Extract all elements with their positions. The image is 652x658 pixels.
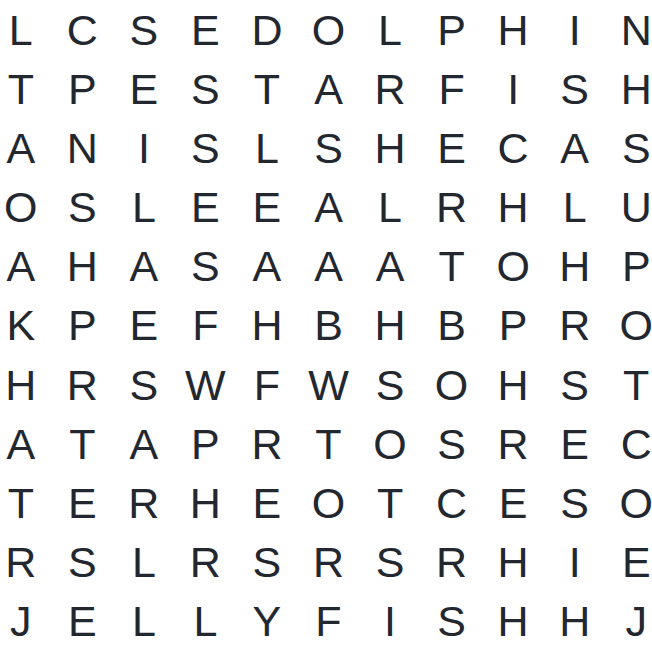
grid-cell-r8c1[interactable]: A bbox=[0, 415, 52, 474]
grid-cell-r2c10[interactable]: S bbox=[544, 60, 606, 119]
grid-cell-r4c9[interactable]: H bbox=[482, 178, 544, 237]
grid-cell-r6c5[interactable]: H bbox=[236, 296, 298, 355]
grid-cell-r4c7[interactable]: L bbox=[359, 178, 421, 237]
grid-cell-r5c9[interactable]: O bbox=[482, 237, 544, 296]
grid-cell-r8c11[interactable]: C bbox=[605, 415, 652, 474]
grid-cell-r7c11[interactable]: T bbox=[605, 356, 652, 415]
grid-cell-r10c5[interactable]: S bbox=[236, 533, 298, 592]
grid-cell-r2c5[interactable]: T bbox=[236, 60, 298, 119]
grid-cell-r6c4[interactable]: F bbox=[175, 296, 237, 355]
grid-cell-r4c11[interactable]: U bbox=[605, 178, 652, 237]
grid-cell-r3c3[interactable]: I bbox=[113, 119, 175, 178]
grid-cell-r6c11[interactable]: O bbox=[605, 296, 652, 355]
grid-cell-r3c5[interactable]: L bbox=[236, 119, 298, 178]
grid-cell-r10c1[interactable]: R bbox=[0, 533, 52, 592]
grid-cell-r2c4[interactable]: S bbox=[175, 60, 237, 119]
grid-cell-r11c6[interactable]: F bbox=[298, 592, 360, 651]
grid-cell-r7c1[interactable]: H bbox=[0, 356, 52, 415]
grid-cell-r2c7[interactable]: R bbox=[359, 60, 421, 119]
grid-cell-r10c2[interactable]: S bbox=[52, 533, 114, 592]
grid-cell-r9c2[interactable]: E bbox=[52, 474, 114, 533]
grid-cell-r5c5[interactable]: A bbox=[236, 237, 298, 296]
grid-cell-r11c8[interactable]: S bbox=[421, 592, 483, 651]
grid-cell-r8c10[interactable]: E bbox=[544, 415, 606, 474]
grid-cell-r8c3[interactable]: A bbox=[113, 415, 175, 474]
grid-cell-r3c8[interactable]: E bbox=[421, 119, 483, 178]
grid-cell-r7c4[interactable]: W bbox=[175, 356, 237, 415]
grid-cell-r7c9[interactable]: H bbox=[482, 356, 544, 415]
grid-cell-r11c7[interactable]: I bbox=[359, 592, 421, 651]
grid-cell-r3c1[interactable]: A bbox=[0, 119, 52, 178]
grid-cell-r10c6[interactable]: R bbox=[298, 533, 360, 592]
grid-cell-r11c9[interactable]: H bbox=[482, 592, 544, 651]
grid-cell-r1c5[interactable]: D bbox=[236, 1, 298, 60]
grid-cell-r4c4[interactable]: E bbox=[175, 178, 237, 237]
grid-cell-r6c1[interactable]: K bbox=[0, 296, 52, 355]
grid-cell-r1c11[interactable]: N bbox=[605, 1, 652, 60]
grid-cell-r3c6[interactable]: S bbox=[298, 119, 360, 178]
grid-cell-r11c3[interactable]: L bbox=[113, 592, 175, 651]
grid-cell-r8c4[interactable]: P bbox=[175, 415, 237, 474]
grid-cell-r11c5[interactable]: Y bbox=[236, 592, 298, 651]
grid-cell-r5c7[interactable]: A bbox=[359, 237, 421, 296]
grid-cell-r7c7[interactable]: S bbox=[359, 356, 421, 415]
grid-cell-r9c8[interactable]: C bbox=[421, 474, 483, 533]
grid-cell-r5c8[interactable]: T bbox=[421, 237, 483, 296]
grid-cell-r6c3[interactable]: E bbox=[113, 296, 175, 355]
grid-cell-r11c2[interactable]: E bbox=[52, 592, 114, 651]
grid-cell-r9c10[interactable]: S bbox=[544, 474, 606, 533]
grid-cell-r7c6[interactable]: W bbox=[298, 356, 360, 415]
grid-cell-r9c7[interactable]: T bbox=[359, 474, 421, 533]
grid-cell-r2c1[interactable]: T bbox=[0, 60, 52, 119]
grid-cell-r8c8[interactable]: S bbox=[421, 415, 483, 474]
grid-cell-r11c11[interactable]: J bbox=[605, 592, 652, 651]
grid-cell-r3c7[interactable]: H bbox=[359, 119, 421, 178]
grid-cell-r1c6[interactable]: O bbox=[298, 1, 360, 60]
grid-cell-r11c4[interactable]: L bbox=[175, 592, 237, 651]
grid-cell-r10c10[interactable]: I bbox=[544, 533, 606, 592]
grid-cell-r3c2[interactable]: N bbox=[52, 119, 114, 178]
grid-cell-r1c7[interactable]: L bbox=[359, 1, 421, 60]
grid-cell-r11c10[interactable]: H bbox=[544, 592, 606, 651]
grid-cell-r5c1[interactable]: A bbox=[0, 237, 52, 296]
grid-cell-r9c11[interactable]: O bbox=[605, 474, 652, 533]
grid-cell-r7c2[interactable]: R bbox=[52, 356, 114, 415]
grid-cell-r10c8[interactable]: R bbox=[421, 533, 483, 592]
grid-cell-r11c1[interactable]: J bbox=[0, 592, 52, 651]
grid-cell-r5c6[interactable]: A bbox=[298, 237, 360, 296]
grid-cell-r10c9[interactable]: H bbox=[482, 533, 544, 592]
grid-cell-r4c6[interactable]: A bbox=[298, 178, 360, 237]
grid-cell-r6c10[interactable]: R bbox=[544, 296, 606, 355]
grid-cell-r3c10[interactable]: A bbox=[544, 119, 606, 178]
grid-cell-r4c3[interactable]: L bbox=[113, 178, 175, 237]
grid-cell-r5c11[interactable]: P bbox=[605, 237, 652, 296]
grid-cell-r6c7[interactable]: H bbox=[359, 296, 421, 355]
grid-cell-r6c2[interactable]: P bbox=[52, 296, 114, 355]
grid-cell-r1c4[interactable]: E bbox=[175, 1, 237, 60]
grid-cell-r1c8[interactable]: P bbox=[421, 1, 483, 60]
grid-cell-r1c9[interactable]: H bbox=[482, 1, 544, 60]
grid-cell-r6c6[interactable]: B bbox=[298, 296, 360, 355]
grid-cell-r10c11[interactable]: E bbox=[605, 533, 652, 592]
grid-cell-r5c10[interactable]: H bbox=[544, 237, 606, 296]
grid-cell-r9c5[interactable]: E bbox=[236, 474, 298, 533]
grid-cell-r9c9[interactable]: E bbox=[482, 474, 544, 533]
grid-cell-r4c1[interactable]: O bbox=[0, 178, 52, 237]
grid-cell-r5c2[interactable]: H bbox=[52, 237, 114, 296]
grid-cell-r2c3[interactable]: E bbox=[113, 60, 175, 119]
grid-cell-r9c3[interactable]: R bbox=[113, 474, 175, 533]
grid-cell-r9c4[interactable]: H bbox=[175, 474, 237, 533]
grid-cell-r2c11[interactable]: H bbox=[605, 60, 652, 119]
grid-cell-r1c10[interactable]: I bbox=[544, 1, 606, 60]
word-search-board: LCSEDOLPHINTPESTARFISHANISLSHECASOSLEEAL… bbox=[0, 1, 652, 651]
grid-cell-r3c4[interactable]: S bbox=[175, 119, 237, 178]
grid-cell-r9c6[interactable]: O bbox=[298, 474, 360, 533]
grid-cell-r7c8[interactable]: O bbox=[421, 356, 483, 415]
grid-cell-r7c10[interactable]: S bbox=[544, 356, 606, 415]
grid-cell-r1c2[interactable]: C bbox=[52, 1, 114, 60]
grid-cell-r3c11[interactable]: S bbox=[605, 119, 652, 178]
grid-cell-r2c2[interactable]: P bbox=[52, 60, 114, 119]
grid-cell-r10c7[interactable]: S bbox=[359, 533, 421, 592]
grid-cell-r2c6[interactable]: A bbox=[298, 60, 360, 119]
grid-cell-r8c6[interactable]: T bbox=[298, 415, 360, 474]
grid-cell-r4c2[interactable]: S bbox=[52, 178, 114, 237]
grid-cell-r1c1[interactable]: L bbox=[0, 1, 52, 60]
grid-cell-r5c3[interactable]: A bbox=[113, 237, 175, 296]
grid-cell-r8c9[interactable]: R bbox=[482, 415, 544, 474]
grid-cell-r3c9[interactable]: C bbox=[482, 119, 544, 178]
grid-cell-r8c7[interactable]: O bbox=[359, 415, 421, 474]
grid-cell-r1c3[interactable]: S bbox=[113, 1, 175, 60]
grid-cell-r4c10[interactable]: L bbox=[544, 178, 606, 237]
grid-cell-r7c3[interactable]: S bbox=[113, 356, 175, 415]
grid-cell-r9c1[interactable]: T bbox=[0, 474, 52, 533]
grid-cell-r5c4[interactable]: S bbox=[175, 237, 237, 296]
grid-cell-r10c4[interactable]: R bbox=[175, 533, 237, 592]
grid-cell-r4c8[interactable]: R bbox=[421, 178, 483, 237]
grid-cell-r10c3[interactable]: L bbox=[113, 533, 175, 592]
grid-cell-r2c8[interactable]: F bbox=[421, 60, 483, 119]
grid-cell-r4c5[interactable]: E bbox=[236, 178, 298, 237]
grid-cell-r8c2[interactable]: T bbox=[52, 415, 114, 474]
grid-cell-r6c9[interactable]: P bbox=[482, 296, 544, 355]
grid-cell-r2c9[interactable]: I bbox=[482, 60, 544, 119]
grid-cell-r7c5[interactable]: F bbox=[236, 356, 298, 415]
grid-cell-r8c5[interactable]: R bbox=[236, 415, 298, 474]
grid-cell-r6c8[interactable]: B bbox=[421, 296, 483, 355]
